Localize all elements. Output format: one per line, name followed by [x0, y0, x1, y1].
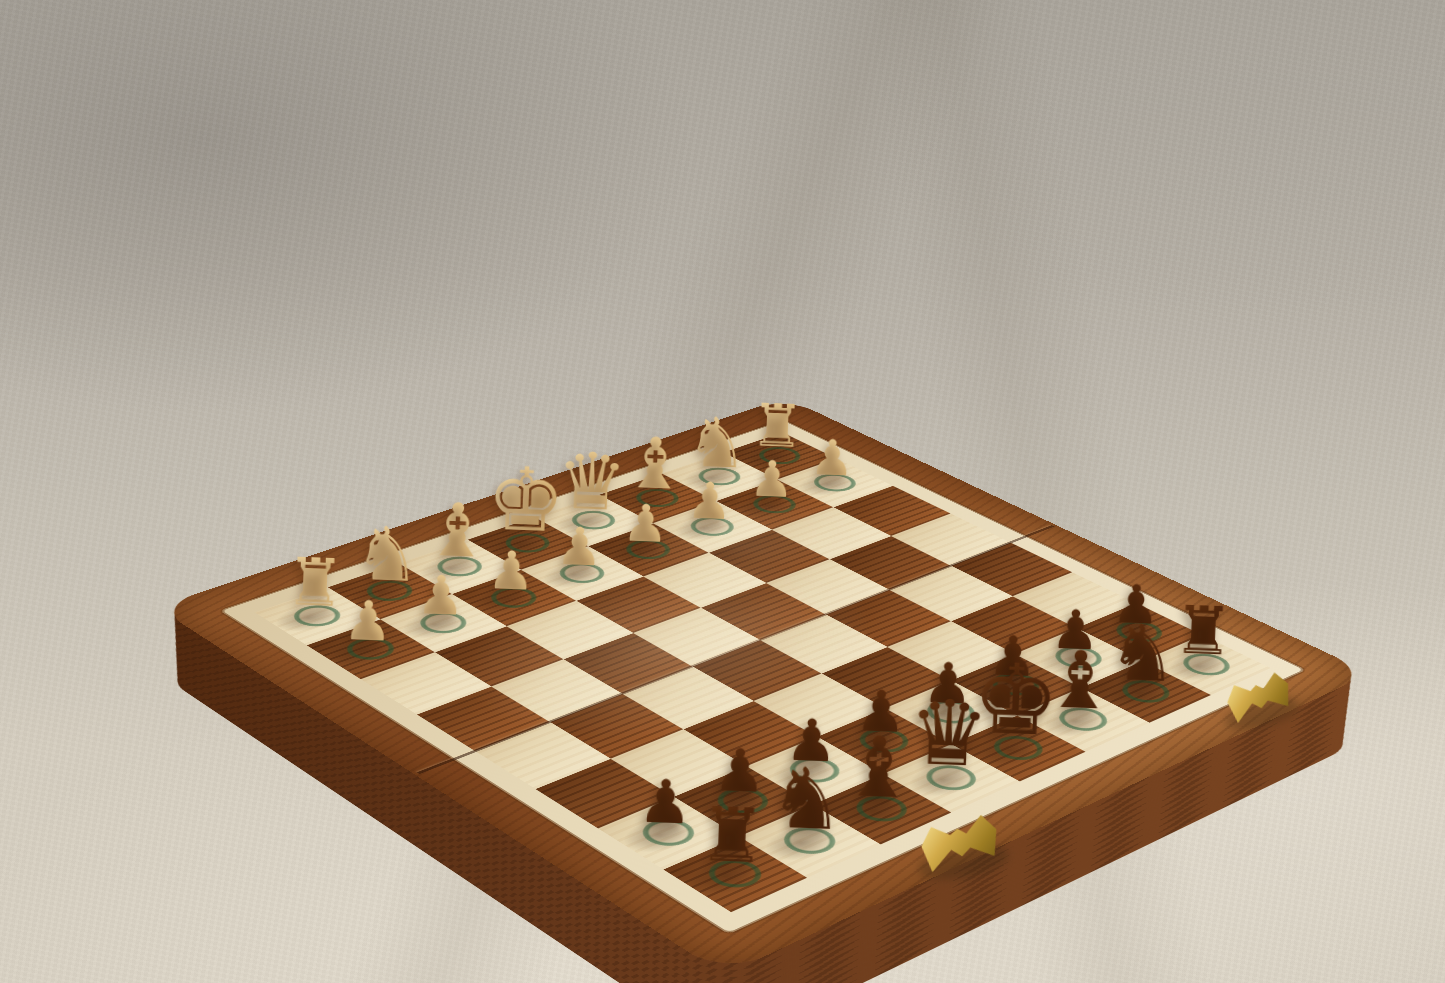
black-rook-icon: ♜: [629, 798, 835, 875]
white-pawn-icon: ♟: [276, 593, 460, 650]
chess-board: ♜♞♝♛♚♝♞♜♟♟♟♟♟♟♟♟♜♞♝♚♛♝♞♜♟♟♟♟♟♟♟♟: [156, 398, 1370, 976]
perspective-stage: ♜♞♝♛♚♝♞♜♟♟♟♟♟♟♟♟♜♞♝♚♛♝♞♜♟♟♟♟♟♟♟♟: [0, 0, 1445, 983]
chess-set-photo: ♜♞♝♛♚♝♞♜♟♟♟♟♟♟♟♟♜♞♝♚♛♝♞♜♟♟♟♟♟♟♟♟: [0, 0, 1445, 983]
